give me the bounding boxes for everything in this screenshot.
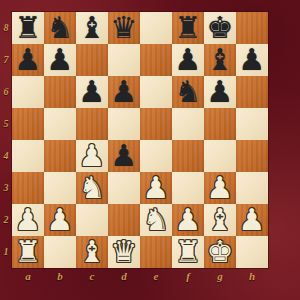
chess-diagram: ♜♞♝♛♜♚♟♟♟♝♟♟♟♞♟♟♟♞♟♟♟♟♞♟♝♟♜♝♛♜♚ 87654321…	[0, 0, 300, 300]
square-g8[interactable]: ♚	[204, 12, 236, 44]
square-a8[interactable]: ♜	[12, 12, 44, 44]
black-king-g8: ♚	[204, 12, 236, 44]
square-c6[interactable]: ♟	[76, 76, 108, 108]
square-f4[interactable]	[172, 140, 204, 172]
rank-label-7: 7	[0, 44, 12, 76]
square-a5[interactable]	[12, 108, 44, 140]
square-a2[interactable]: ♟	[12, 204, 44, 236]
rank-label-3: 3	[0, 172, 12, 204]
square-h8[interactable]	[236, 12, 268, 44]
black-pawn-d4: ♟	[108, 140, 140, 172]
square-h4[interactable]	[236, 140, 268, 172]
square-c1[interactable]: ♝	[76, 236, 108, 268]
black-pawn-g6: ♟	[204, 76, 236, 108]
square-a6[interactable]	[12, 76, 44, 108]
black-rook-f8: ♜	[172, 12, 204, 44]
square-c2[interactable]	[76, 204, 108, 236]
square-h2[interactable]: ♟	[236, 204, 268, 236]
square-e2[interactable]: ♞	[140, 204, 172, 236]
black-rook-a8: ♜	[12, 12, 44, 44]
square-d7[interactable]	[108, 44, 140, 76]
square-c8[interactable]: ♝	[76, 12, 108, 44]
file-label-f: f	[172, 269, 204, 283]
square-b7[interactable]: ♟	[44, 44, 76, 76]
rank-label-8: 8	[0, 12, 12, 44]
square-h3[interactable]	[236, 172, 268, 204]
file-label-d: d	[108, 269, 140, 283]
square-g4[interactable]	[204, 140, 236, 172]
square-e6[interactable]	[140, 76, 172, 108]
black-pawn-b7: ♟	[44, 44, 76, 76]
black-queen-d8: ♛	[108, 12, 140, 44]
square-b5[interactable]	[44, 108, 76, 140]
file-label-g: g	[204, 269, 236, 283]
white-pawn-e3: ♟	[140, 172, 172, 204]
square-b4[interactable]	[44, 140, 76, 172]
square-b6[interactable]	[44, 76, 76, 108]
black-pawn-h7: ♟	[236, 44, 268, 76]
square-e8[interactable]	[140, 12, 172, 44]
square-f6[interactable]: ♞	[172, 76, 204, 108]
square-e3[interactable]: ♟	[140, 172, 172, 204]
white-bishop-g2: ♝	[204, 204, 236, 236]
square-e7[interactable]	[140, 44, 172, 76]
square-g3[interactable]: ♟	[204, 172, 236, 204]
rank-label-5: 5	[0, 108, 12, 140]
white-pawn-h2: ♟	[236, 204, 268, 236]
white-queen-d1: ♛	[108, 236, 140, 268]
white-pawn-g3: ♟	[204, 172, 236, 204]
black-pawn-d6: ♟	[108, 76, 140, 108]
square-c3[interactable]: ♞	[76, 172, 108, 204]
square-d2[interactable]	[108, 204, 140, 236]
square-c5[interactable]	[76, 108, 108, 140]
white-king-g1: ♚	[204, 236, 236, 268]
square-b2[interactable]: ♟	[44, 204, 76, 236]
square-d8[interactable]: ♛	[108, 12, 140, 44]
square-b1[interactable]	[44, 236, 76, 268]
file-label-e: e	[140, 269, 172, 283]
file-label-a: a	[12, 269, 44, 283]
square-d4[interactable]: ♟	[108, 140, 140, 172]
square-b3[interactable]	[44, 172, 76, 204]
square-e1[interactable]	[140, 236, 172, 268]
square-d1[interactable]: ♛	[108, 236, 140, 268]
square-e4[interactable]	[140, 140, 172, 172]
square-e5[interactable]	[140, 108, 172, 140]
square-h1[interactable]	[236, 236, 268, 268]
square-c4[interactable]: ♟	[76, 140, 108, 172]
square-h7[interactable]: ♟	[236, 44, 268, 76]
white-pawn-b2: ♟	[44, 204, 76, 236]
square-d3[interactable]	[108, 172, 140, 204]
square-a4[interactable]	[12, 140, 44, 172]
square-g6[interactable]: ♟	[204, 76, 236, 108]
chess-board: ♜♞♝♛♜♚♟♟♟♝♟♟♟♞♟♟♟♞♟♟♟♟♞♟♝♟♜♝♛♜♚	[12, 12, 268, 268]
file-label-h: h	[236, 269, 268, 283]
square-g5[interactable]	[204, 108, 236, 140]
square-b8[interactable]: ♞	[44, 12, 76, 44]
white-pawn-f2: ♟	[172, 204, 204, 236]
square-g2[interactable]: ♝	[204, 204, 236, 236]
black-knight-b8: ♞	[44, 12, 76, 44]
white-pawn-c4: ♟	[76, 140, 108, 172]
square-f1[interactable]: ♜	[172, 236, 204, 268]
black-bishop-c8: ♝	[76, 12, 108, 44]
square-f3[interactable]	[172, 172, 204, 204]
square-f7[interactable]: ♟	[172, 44, 204, 76]
square-a7[interactable]: ♟	[12, 44, 44, 76]
black-pawn-c6: ♟	[76, 76, 108, 108]
white-knight-c3: ♞	[76, 172, 108, 204]
rank-label-6: 6	[0, 76, 12, 108]
square-c7[interactable]	[76, 44, 108, 76]
square-a1[interactable]: ♜	[12, 236, 44, 268]
square-h6[interactable]	[236, 76, 268, 108]
white-rook-f1: ♜	[172, 236, 204, 268]
file-label-c: c	[76, 269, 108, 283]
square-f5[interactable]	[172, 108, 204, 140]
square-g7[interactable]: ♝	[204, 44, 236, 76]
square-h5[interactable]	[236, 108, 268, 140]
square-d5[interactable]	[108, 108, 140, 140]
white-bishop-c1: ♝	[76, 236, 108, 268]
white-rook-a1: ♜	[12, 236, 44, 268]
black-knight-f6: ♞	[172, 76, 204, 108]
square-a3[interactable]	[12, 172, 44, 204]
square-d6[interactable]: ♟	[108, 76, 140, 108]
black-pawn-f7: ♟	[172, 44, 204, 76]
black-bishop-g7: ♝	[204, 44, 236, 76]
black-pawn-a7: ♟	[12, 44, 44, 76]
square-g1[interactable]: ♚	[204, 236, 236, 268]
square-f2[interactable]: ♟	[172, 204, 204, 236]
white-knight-e2: ♞	[140, 204, 172, 236]
file-label-b: b	[44, 269, 76, 283]
square-f8[interactable]: ♜	[172, 12, 204, 44]
rank-label-1: 1	[0, 236, 12, 268]
rank-label-2: 2	[0, 204, 12, 236]
white-pawn-a2: ♟	[12, 204, 44, 236]
rank-label-4: 4	[0, 140, 12, 172]
